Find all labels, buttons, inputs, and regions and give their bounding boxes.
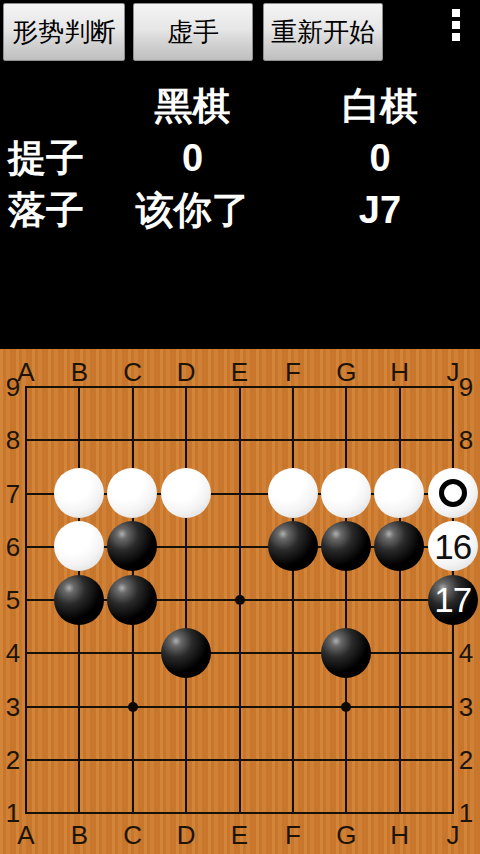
- white-stone-G7: [321, 468, 371, 518]
- restart-button[interactable]: 重新开始: [263, 3, 383, 61]
- white-stone-D7: [161, 468, 211, 518]
- white-stone-C7: [107, 468, 157, 518]
- overflow-dot: [452, 9, 460, 17]
- move-number-label-J6: 16: [434, 529, 471, 564]
- white-stone-H7: [374, 468, 424, 518]
- move-number-label-J5: 17: [434, 582, 471, 617]
- white-column-header: 白棋: [280, 80, 480, 132]
- black-captures-value: 0: [105, 132, 280, 184]
- black-stone-D4: [161, 628, 211, 678]
- white-stone-B7: [54, 468, 104, 518]
- black-stone-C6: [107, 521, 157, 571]
- overflow-dot: [452, 21, 460, 29]
- white-stone-J7: [428, 468, 478, 518]
- overflow-menu-icon[interactable]: [452, 9, 460, 41]
- white-stone-J6: 16: [428, 521, 478, 571]
- go-board[interactable]: AABBCCDDEEFFGGHHJJ998877665544332211 161…: [0, 349, 480, 854]
- header-spacer: [0, 80, 105, 132]
- white-captures-value: 0: [280, 132, 480, 184]
- black-column-header: 黑棋: [105, 80, 280, 132]
- black-stone-G4: [321, 628, 371, 678]
- black-stone-F6: [268, 521, 318, 571]
- black-move-status: 该你了: [105, 184, 280, 236]
- black-stone-H6: [374, 521, 424, 571]
- status-panel: 黑棋 白棋 提子 0 0 落子 该你了 J7: [0, 64, 480, 244]
- situation-judgement-button[interactable]: 形势判断: [3, 3, 125, 61]
- stone-grid: 1617: [0, 360, 479, 839]
- black-stone-C5: [107, 575, 157, 625]
- black-stone-B5: [54, 575, 104, 625]
- pass-button[interactable]: 虚手: [133, 3, 253, 61]
- action-bar: 形势判断 虚手 重新开始: [0, 0, 480, 64]
- captures-row-label: 提子: [0, 132, 105, 184]
- overflow-dot: [452, 33, 460, 41]
- move-row-label: 落子: [0, 184, 105, 236]
- black-stone-J5: 17: [428, 575, 478, 625]
- white-stone-B6: [54, 521, 104, 571]
- white-last-move: J7: [280, 184, 480, 236]
- white-stone-F7: [268, 468, 318, 518]
- last-move-marker: [439, 479, 467, 507]
- black-stone-G6: [321, 521, 371, 571]
- app-screen: 形势判断 虚手 重新开始 黑棋 白棋 提子 0 0 落子 该你了 J7 AABB…: [0, 0, 480, 854]
